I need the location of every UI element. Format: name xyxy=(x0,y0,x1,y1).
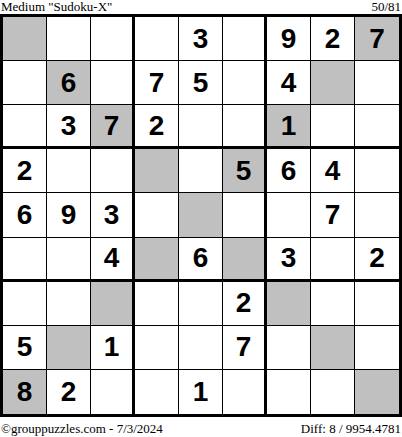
cell-r2c5-given: 5 xyxy=(179,61,223,105)
cell-r9c5-given: 1 xyxy=(179,370,223,414)
cell-r2c4-given: 7 xyxy=(135,61,179,105)
cell-r8c9-empty[interactable] xyxy=(355,326,399,370)
cell-r6c4-empty[interactable] xyxy=(135,238,179,282)
cell-r9c2-given: 2 xyxy=(47,370,91,414)
cell-r5c1-given: 6 xyxy=(3,193,47,237)
cell-r4c2-empty[interactable] xyxy=(47,149,91,193)
cell-r6c1-empty[interactable] xyxy=(3,238,47,282)
cell-r1c5-given: 3 xyxy=(179,17,223,61)
cell-r1c6-empty[interactable] xyxy=(223,17,267,61)
puzzle-footer: ©grouppuzzles.com - 7/3/2024 Diff: 8 / 9… xyxy=(0,417,402,437)
cell-r3c1-empty[interactable] xyxy=(3,105,47,149)
empty-cell-counter: 50/81 xyxy=(371,0,402,13)
cell-r5c3-given: 3 xyxy=(91,193,135,237)
cell-r1c1-empty[interactable] xyxy=(3,17,47,61)
cell-r3c4-given: 2 xyxy=(135,105,179,149)
cell-r8c7-empty[interactable] xyxy=(267,326,311,370)
cell-r3c2-given: 3 xyxy=(47,105,91,149)
cell-r4c5-empty[interactable] xyxy=(179,149,223,193)
cell-r2c2-given: 6 xyxy=(47,61,91,105)
cell-r7c2-empty[interactable] xyxy=(47,282,91,326)
sudoku-page: Medium "Sudoku-X" 50/81 3927675437212564… xyxy=(0,0,402,437)
difficulty-text: Diff: 8 / 9954.4781 xyxy=(301,421,402,437)
cell-r8c8-empty[interactable] xyxy=(311,326,355,370)
cell-r5c5-empty[interactable] xyxy=(179,193,223,237)
cell-r2c9-empty[interactable] xyxy=(355,61,399,105)
cell-r4c6-given: 5 xyxy=(223,149,267,193)
cell-r9c7-empty[interactable] xyxy=(267,370,311,414)
cell-r9c4-empty[interactable] xyxy=(135,370,179,414)
cell-r7c7-empty[interactable] xyxy=(267,282,311,326)
cell-r2c7-given: 4 xyxy=(267,61,311,105)
cell-r3c6-empty[interactable] xyxy=(223,105,267,149)
cell-r3c8-empty[interactable] xyxy=(311,105,355,149)
cell-r5c9-empty[interactable] xyxy=(355,193,399,237)
cell-r4c8-given: 4 xyxy=(311,149,355,193)
cell-r9c8-empty[interactable] xyxy=(311,370,355,414)
cell-r7c5-empty[interactable] xyxy=(179,282,223,326)
cell-r6c9-given: 2 xyxy=(355,238,399,282)
cell-r9c9-empty[interactable] xyxy=(355,370,399,414)
cell-r7c1-empty[interactable] xyxy=(3,282,47,326)
cell-r3c9-empty[interactable] xyxy=(355,105,399,149)
cell-r1c3-empty[interactable] xyxy=(91,17,135,61)
cell-r7c3-empty[interactable] xyxy=(91,282,135,326)
cell-r7c8-empty[interactable] xyxy=(311,282,355,326)
cell-r5c2-given: 9 xyxy=(47,193,91,237)
cell-r5c6-empty[interactable] xyxy=(223,193,267,237)
cell-r5c4-empty[interactable] xyxy=(135,193,179,237)
cell-r4c7-given: 6 xyxy=(267,149,311,193)
cell-r8c3-given: 1 xyxy=(91,326,135,370)
cell-r8c4-empty[interactable] xyxy=(135,326,179,370)
cell-r4c9-empty[interactable] xyxy=(355,149,399,193)
cell-r5c7-empty[interactable] xyxy=(267,193,311,237)
cell-r1c7-given: 9 xyxy=(267,17,311,61)
cell-r4c3-empty[interactable] xyxy=(91,149,135,193)
cell-r9c3-empty[interactable] xyxy=(91,370,135,414)
copyright-text: ©grouppuzzles.com - 7/3/2024 xyxy=(0,421,163,437)
cell-r5c8-given: 7 xyxy=(311,193,355,237)
cell-r2c3-empty[interactable] xyxy=(91,61,135,105)
puzzle-title: Medium "Sudoku-X" xyxy=(0,0,112,13)
cell-r9c1-given: 8 xyxy=(3,370,47,414)
cell-r1c4-empty[interactable] xyxy=(135,17,179,61)
cell-r7c9-empty[interactable] xyxy=(355,282,399,326)
cell-r3c3-given: 7 xyxy=(91,105,135,149)
cell-r2c8-empty[interactable] xyxy=(311,61,355,105)
cell-r3c5-empty[interactable] xyxy=(179,105,223,149)
cell-r1c9-given: 7 xyxy=(355,17,399,61)
cell-r6c7-given: 3 xyxy=(267,238,311,282)
cell-r4c4-empty[interactable] xyxy=(135,149,179,193)
cell-r8c2-empty[interactable] xyxy=(47,326,91,370)
cell-r3c7-given: 1 xyxy=(267,105,311,149)
cell-r1c8-given: 2 xyxy=(311,17,355,61)
cell-r4c1-given: 2 xyxy=(3,149,47,193)
cell-r2c1-empty[interactable] xyxy=(3,61,47,105)
sudoku-board: 3927675437212564693746322517821 xyxy=(0,14,402,417)
cell-r8c1-given: 5 xyxy=(3,326,47,370)
cell-r6c3-given: 4 xyxy=(91,238,135,282)
cell-r6c5-given: 6 xyxy=(179,238,223,282)
cell-r7c4-empty[interactable] xyxy=(135,282,179,326)
cell-r7c6-given: 2 xyxy=(223,282,267,326)
cell-r8c5-empty[interactable] xyxy=(179,326,223,370)
puzzle-header: Medium "Sudoku-X" 50/81 xyxy=(0,0,402,14)
cell-r9c6-empty[interactable] xyxy=(223,370,267,414)
cell-r6c8-empty[interactable] xyxy=(311,238,355,282)
cell-r2c6-empty[interactable] xyxy=(223,61,267,105)
cell-r6c6-empty[interactable] xyxy=(223,238,267,282)
cell-r8c6-given: 7 xyxy=(223,326,267,370)
cell-r1c2-empty[interactable] xyxy=(47,17,91,61)
cell-r6c2-empty[interactable] xyxy=(47,238,91,282)
